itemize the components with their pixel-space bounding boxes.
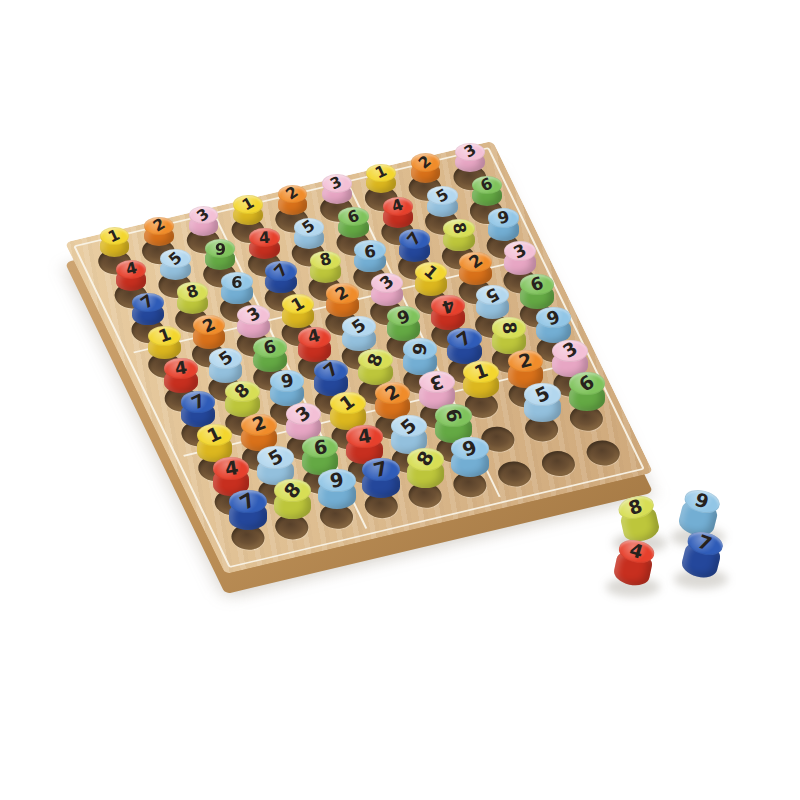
peg-digit: 2 — [200, 315, 218, 335]
peg-digit: 7 — [321, 359, 342, 381]
peg-digit: 3 — [462, 143, 479, 162]
peg-digit: 5 — [216, 348, 236, 369]
peg-top-face: 9 — [354, 240, 386, 260]
peg-digit: 1 — [106, 227, 122, 245]
peg-top-face: 7 — [447, 328, 482, 349]
peg-top-face: 7 — [229, 490, 267, 513]
peg-top-face: 7 — [181, 391, 216, 412]
peg-top-face: 5 — [524, 383, 561, 406]
peg-digit: 9 — [328, 469, 345, 491]
peg-top-face: 2 — [144, 217, 174, 235]
peg-top-face: 3 — [237, 305, 270, 325]
peg-digit: 7 — [271, 261, 291, 281]
peg-top-face: 9 — [403, 338, 438, 359]
peg-digit: 8 — [627, 496, 645, 518]
peg-digit: 7 — [188, 391, 207, 413]
peg-digit: 1 — [337, 392, 358, 414]
peg-digit: 4 — [124, 260, 139, 278]
peg-top-face: 4 — [383, 197, 414, 216]
peg-top-face: 1 — [282, 294, 315, 314]
peg-digit: 5 — [300, 218, 318, 237]
peg-digit: 3 — [377, 273, 397, 294]
peg-top-face: 4 — [213, 457, 250, 480]
peg-top-face: 4 — [346, 425, 383, 448]
peg-digit: 3 — [428, 371, 446, 393]
peg-digit: 5 — [349, 316, 369, 337]
peg-5-r8c8[interactable]: 5 — [524, 383, 561, 433]
peg-digit: 8 — [184, 282, 200, 301]
peg-8-r9c2[interactable]: 8 — [274, 479, 312, 531]
peg-digit: 1 — [472, 361, 490, 383]
peg-digit: 8 — [232, 381, 254, 403]
peg-digit: 7 — [237, 490, 259, 514]
peg-digit: 5 — [532, 383, 552, 406]
peg-digit: 1 — [373, 164, 389, 182]
peg-digit: 8 — [280, 479, 304, 502]
peg-digit: 3 — [293, 403, 314, 425]
peg-digit: 9 — [496, 209, 511, 228]
peg-digit: 2 — [517, 351, 534, 372]
peg-top-face: 8 — [225, 381, 260, 402]
peg-top-face: 8 — [443, 219, 475, 239]
peg-top-face: 6 — [569, 372, 606, 395]
peg-top-face: 5 — [294, 218, 325, 237]
peg-top-face: 6 — [520, 274, 554, 295]
peg-top-face: 5 — [476, 285, 510, 306]
peg-digit: 9 — [231, 273, 242, 289]
peg-digit: 9 — [693, 490, 712, 512]
peg-digit: 8 — [500, 321, 519, 335]
peg-top-face: 2 — [411, 153, 441, 171]
peg-top-face: 5 — [342, 316, 376, 337]
peg-top-face: 3 — [322, 174, 352, 192]
peg-digit: 9 — [544, 307, 562, 328]
peg-digit: 6 — [478, 175, 495, 194]
peg-top-face: 1 — [233, 195, 263, 213]
peg-digit: 5 — [434, 186, 451, 205]
peg-digit: 2 — [250, 414, 268, 436]
peg-digit: 7 — [372, 459, 390, 481]
peg-digit: 6 — [528, 274, 545, 295]
peg-digit: 5 — [483, 284, 502, 305]
peg-digit: 9 — [363, 241, 377, 259]
peg-digit: 2 — [382, 382, 402, 404]
peg-digit: 3 — [329, 174, 345, 192]
peg-7-r9c1[interactable]: 7 — [229, 490, 267, 542]
peg-digit: 6 — [576, 372, 598, 395]
peg-digit: 6 — [262, 338, 278, 358]
peg-digit: 1 — [156, 326, 173, 346]
peg-digit: 2 — [333, 283, 352, 304]
peg-top-face: 8 — [177, 282, 209, 302]
hole-r9c9[interactable] — [582, 437, 624, 468]
peg-7-r9c4[interactable]: 7 — [362, 458, 400, 510]
peg-top-face: 5 — [257, 446, 294, 469]
peg-top-face: 4 — [249, 228, 280, 247]
peg-top-face: 5 — [209, 348, 243, 369]
peg-digit: 5 — [398, 414, 420, 437]
peg-top-face: 4 — [298, 327, 332, 348]
peg-digit: 5 — [166, 249, 185, 268]
peg-digit: 1 — [239, 195, 256, 214]
peg-digit: 5 — [265, 446, 286, 469]
peg-top-face: 3 — [552, 340, 588, 362]
peg-digit: 6 — [215, 240, 226, 256]
peg-top-face: 6 — [205, 239, 236, 258]
peg-digit: 4 — [628, 541, 646, 563]
peg-digit: 7 — [696, 532, 715, 554]
peg-top-face: 4 — [116, 260, 147, 279]
peg-digit: 6 — [395, 306, 412, 327]
peg-top-face: 8 — [407, 448, 445, 471]
peg-9-r9c6[interactable]: 9 — [451, 437, 489, 489]
peg-digit: 1 — [205, 424, 224, 446]
peg-digit: 4 — [440, 296, 456, 316]
peg-top-face: 6 — [338, 207, 369, 226]
peg-top-face: 6 — [435, 404, 472, 427]
wooden-sudoku-product-photo: 1231231234564564567897897891231231234564… — [0, 0, 800, 800]
peg-digit: 3 — [195, 206, 213, 225]
peg-top-face: 3 — [419, 371, 455, 393]
peg-top-face: 9 — [451, 437, 489, 460]
peg-digit: 7 — [405, 230, 425, 249]
peg-top-face: 6 — [253, 337, 287, 358]
peg-top-face: 1 — [366, 164, 396, 182]
peg-1-r7c7[interactable]: 1 — [463, 361, 499, 410]
peg-top-face: 9 — [270, 370, 305, 391]
peg-digit: 3 — [244, 304, 263, 325]
peg-digit: 3 — [560, 339, 580, 361]
peg-digit: 4 — [356, 426, 372, 447]
peg-digit: 4 — [258, 229, 270, 246]
peg-digit: 4 — [223, 458, 239, 479]
peg-digit: 1 — [421, 262, 441, 283]
peg-top-face: 2 — [375, 382, 411, 404]
peg-digit: 2 — [466, 251, 485, 272]
peg-digit: 4 — [174, 359, 189, 378]
peg-top-face: 3 — [286, 403, 322, 425]
peg-top-face: 9 — [221, 272, 253, 292]
peg-digit: 8 — [318, 251, 333, 270]
peg-digit: 7 — [454, 328, 475, 350]
peg-9-r9c3[interactable]: 9 — [318, 469, 356, 521]
peg-top-face: 3 — [455, 143, 485, 161]
peg-digit: 9 — [279, 371, 294, 391]
peg-8-r9c5[interactable]: 8 — [407, 448, 445, 500]
peg-digit: 2 — [151, 216, 168, 235]
peg-top-face: 9 — [318, 469, 356, 492]
hole-r9c8[interactable] — [538, 448, 580, 479]
peg-top-face: 7 — [314, 360, 349, 381]
peg-top-face: 4 — [431, 295, 465, 316]
peg-top-face: 7 — [265, 261, 297, 281]
peg-6-r8c9[interactable]: 6 — [569, 372, 606, 422]
peg-top-face: 8 — [492, 317, 527, 338]
peg-digit: 3 — [511, 241, 529, 261]
peg-digit: 8 — [414, 448, 438, 470]
peg-top-face: 1 — [148, 326, 181, 346]
peg-top-face: 9 — [536, 307, 571, 328]
peg-digit: 6 — [312, 437, 328, 458]
peg-digit: 8 — [450, 222, 468, 236]
peg-digit: 4 — [306, 327, 322, 347]
peg-top-face: 7 — [132, 293, 164, 313]
peg-top-face: 5 — [427, 186, 458, 205]
peg-digit: 2 — [284, 185, 302, 204]
peg-top-face: 9 — [488, 208, 520, 228]
peg-digit: 6 — [346, 207, 362, 226]
peg-digit: 7 — [139, 293, 158, 313]
peg-digit: 9 — [410, 341, 430, 356]
hole-r9c7[interactable] — [493, 459, 535, 490]
peg-digit: 4 — [390, 197, 406, 216]
peg-digit: 2 — [417, 153, 435, 172]
peg-digit: 6 — [443, 407, 465, 425]
peg-top-face: 2 — [241, 414, 277, 436]
peg-digit: 9 — [460, 437, 479, 460]
peg-top-face: 2 — [326, 283, 359, 303]
peg-top-face: 7 — [399, 229, 431, 249]
peg-top-face: 2 — [459, 252, 492, 272]
peg-top-face: 1 — [463, 361, 499, 383]
peg-digit: 8 — [365, 351, 386, 369]
peg-digit: 1 — [289, 294, 308, 315]
peg-top-face: 3 — [371, 273, 404, 293]
